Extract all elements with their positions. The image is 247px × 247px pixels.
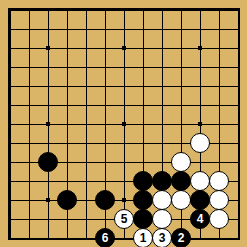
stone-white[interactable] [171,152,191,172]
star-point [122,122,126,126]
stone-black[interactable] [38,152,58,172]
stone-white[interactable] [209,171,229,191]
stone-white[interactable] [171,190,191,210]
move-number-label: 1 [140,232,147,244]
stone-black-move-4[interactable]: 4 [190,209,210,229]
star-point [122,46,126,50]
go-diagram: 546132 [0,0,247,247]
star-point [198,46,202,50]
stone-white[interactable] [209,190,229,210]
stone-black-move-2[interactable]: 2 [171,228,191,247]
stone-black[interactable] [133,171,153,191]
stone-white[interactable] [152,190,172,210]
stone-black[interactable] [133,209,153,229]
move-number-label: 3 [159,232,166,244]
move-number-label: 4 [197,213,204,225]
stone-white[interactable] [209,209,229,229]
star-point [122,198,126,202]
star-point [46,122,50,126]
stone-white[interactable] [190,133,210,153]
stone-black[interactable] [57,190,77,210]
move-number-label: 2 [178,232,185,244]
stone-black-move-6[interactable]: 6 [95,228,115,247]
star-point [198,122,202,126]
stone-white[interactable] [190,171,210,191]
grid-line-vertical [238,10,239,238]
stone-white[interactable] [152,209,172,229]
grid-line-horizontal [10,238,238,239]
star-point [46,198,50,202]
stone-black[interactable] [171,171,191,191]
stone-black[interactable] [95,190,115,210]
move-number-label: 6 [102,232,109,244]
stone-white-move-3[interactable]: 3 [152,228,172,247]
stone-white-move-1[interactable]: 1 [133,228,153,247]
stone-white-move-5[interactable]: 5 [114,209,134,229]
star-point [46,46,50,50]
stone-black[interactable] [190,190,210,210]
stone-black[interactable] [152,171,172,191]
go-board[interactable]: 546132 [0,0,247,247]
move-number-label: 5 [121,213,128,225]
stone-black[interactable] [133,190,153,210]
